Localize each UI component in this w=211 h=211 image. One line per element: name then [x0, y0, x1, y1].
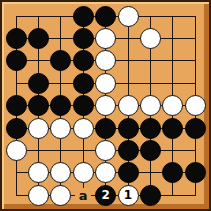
white-stone[interactable]	[140, 95, 161, 116]
black-stone[interactable]	[6, 28, 27, 49]
black-stone[interactable]	[73, 73, 94, 94]
black-stone[interactable]	[28, 73, 49, 94]
black-stone[interactable]	[6, 50, 27, 71]
white-stone[interactable]	[73, 118, 94, 139]
black-stone[interactable]	[118, 140, 139, 161]
black-stone[interactable]	[95, 6, 116, 27]
black-stone[interactable]	[73, 50, 94, 71]
white-stone[interactable]	[95, 140, 116, 161]
black-stone[interactable]	[162, 118, 183, 139]
black-stone[interactable]	[73, 28, 94, 49]
point-label-a[interactable]: a	[75, 188, 91, 203]
white-stone[interactable]	[73, 162, 94, 183]
white-stone[interactable]	[50, 185, 71, 206]
black-stone[interactable]	[140, 140, 161, 161]
black-stone[interactable]	[185, 118, 206, 139]
white-stone[interactable]	[6, 140, 27, 161]
black-stone[interactable]	[6, 95, 27, 116]
white-stone[interactable]	[118, 6, 139, 27]
black-stone[interactable]	[95, 118, 116, 139]
move-number: 1	[124, 189, 132, 201]
black-stone[interactable]	[28, 95, 49, 116]
white-stone[interactable]	[50, 162, 71, 183]
black-stone[interactable]	[6, 118, 27, 139]
white-stone[interactable]	[140, 28, 161, 49]
black-stone[interactable]	[118, 118, 139, 139]
white-stone[interactable]	[95, 50, 116, 71]
move-number: 2	[101, 189, 109, 201]
white-stone[interactable]	[185, 95, 206, 116]
white-stone[interactable]	[95, 95, 116, 116]
move-2-stone[interactable]: 2	[95, 185, 116, 206]
black-stone[interactable]	[73, 95, 94, 116]
black-stone[interactable]	[140, 185, 161, 206]
black-stone[interactable]	[118, 162, 139, 183]
black-stone[interactable]	[50, 50, 71, 71]
white-stone[interactable]	[95, 28, 116, 49]
white-stone[interactable]	[28, 162, 49, 183]
goban[interactable]: 21a	[0, 0, 211, 211]
white-stone[interactable]	[162, 95, 183, 116]
black-stone[interactable]	[185, 162, 206, 183]
black-stone[interactable]	[73, 6, 94, 27]
black-stone[interactable]	[28, 28, 49, 49]
white-stone[interactable]	[95, 162, 116, 183]
black-stone[interactable]	[140, 118, 161, 139]
black-stone[interactable]	[50, 95, 71, 116]
black-stone[interactable]	[162, 162, 183, 183]
white-stone[interactable]	[118, 95, 139, 116]
white-stone[interactable]	[95, 73, 116, 94]
white-stone[interactable]	[28, 118, 49, 139]
white-stone[interactable]	[50, 118, 71, 139]
move-1-stone[interactable]: 1	[118, 185, 139, 206]
white-stone[interactable]	[28, 185, 49, 206]
